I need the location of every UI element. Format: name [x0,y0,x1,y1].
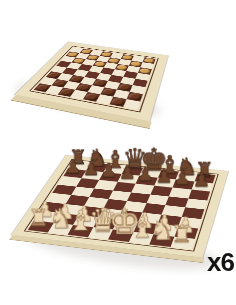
piece-dark-pawn: ♟ [136,164,155,183]
checkers-board [15,42,168,121]
checker-dark-man [85,93,99,101]
piece-light-king: ♚ [109,203,130,239]
checkers-square-h1 [123,99,140,110]
piece-dark-pawn: ♟ [154,166,173,185]
piece-light-bishop: ♝ [129,213,150,241]
piece-dark-pawn: ♟ [118,162,137,181]
checkers-square-c5 [78,64,93,71]
checkers-board-pinstripe [29,46,159,113]
piece-dark-pawn: ♟ [100,161,119,180]
pack-quantity-label: x6 [207,247,234,278]
chess-square-c5 [89,188,112,199]
chess-grid: ♜♞♝♛♚♝♞♜♟♟♟♟♟♟♟♟♟♟♟♟♟♟♟♟♜♞♝♛♚♝♞♜ [28,161,216,250]
piece-dark-pawn: ♟ [82,159,101,178]
piece-light-knight: ♞ [48,205,69,232]
piece-light-rook: ♜ [171,222,192,246]
piece-dark-pawn: ♟ [192,170,211,190]
piece-light-rook: ♜ [28,206,49,229]
chess-square-h1: ♜ [170,236,195,249]
product-photo: ♜♞♝♛♚♝♞♜♟♟♟♟♟♟♟♟♟♟♟♟♟♟♟♟♜♞♝♛♚♝♞♜ x6 [0,0,236,305]
piece-light-knight: ♞ [150,217,171,244]
piece-dark-pawn: ♟ [173,168,192,187]
chess-square-c6 [94,180,117,190]
checker-dark-man [59,88,73,96]
piece-light-bishop: ♝ [68,207,89,235]
piece-dark-pawn: ♟ [64,157,82,176]
checkers-square-e4 [96,73,111,81]
checker-light-man [139,68,150,74]
checkers-square-h6 [138,67,152,74]
checker-dark-man [77,84,91,91]
chess-board: ♜♞♝♛♚♝♞♜♟♟♟♟♟♟♟♟♟♟♟♟♟♟♟♟♜♞♝♛♚♝♞♜ [11,155,228,257]
checker-dark-man [111,98,125,106]
chess-square-h6 [188,190,210,201]
piece-light-queen: ♛ [88,204,109,236]
chess-board-pinstripe: ♜♞♝♛♚♝♞♜♟♟♟♟♟♟♟♟♟♟♟♟♟♟♟♟♜♞♝♛♚♝♞♜ [24,159,219,251]
chess-square-b6 [76,178,99,188]
checkers-grid [34,47,156,109]
checkers-square-e6 [104,62,118,69]
